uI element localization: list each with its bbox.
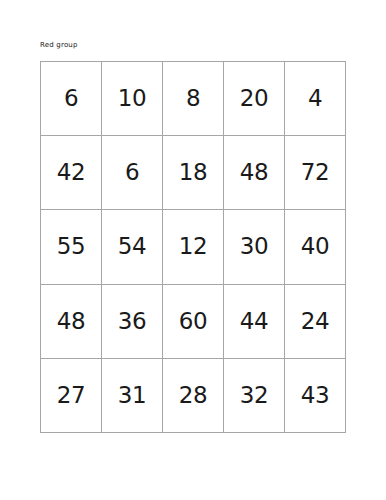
grid-cell-r4c5: 24 — [285, 285, 346, 359]
cell-number: 4 — [308, 87, 322, 110]
grid-cell-r5c1: 27 — [41, 359, 102, 433]
grid-cell-r1c1: 6 — [41, 62, 102, 136]
cell-number: 18 — [179, 161, 207, 184]
cell-number: 44 — [240, 310, 268, 333]
grid-cell-r2c3: 18 — [163, 136, 224, 210]
cell-number: 32 — [240, 384, 268, 407]
grid-cell-r2c1: 42 — [41, 136, 102, 210]
grid-cell-r5c2: 31 — [102, 359, 163, 433]
cell-number: 10 — [118, 87, 146, 110]
grid-cell-r3c1: 55 — [41, 210, 102, 284]
cell-number: 31 — [118, 384, 146, 407]
cell-number: 12 — [179, 235, 207, 258]
grid-cell-r3c4: 30 — [224, 210, 285, 284]
grid-cell-r4c4: 44 — [224, 285, 285, 359]
grid-cell-r4c1: 48 — [41, 285, 102, 359]
worksheet-page: Red group 610820442618487255541230404836… — [0, 0, 386, 500]
cell-number: 48 — [240, 161, 268, 184]
cell-number: 60 — [179, 310, 207, 333]
cell-number: 30 — [240, 235, 268, 258]
cell-number: 48 — [57, 310, 85, 333]
cell-number: 28 — [179, 384, 207, 407]
grid-cell-r1c3: 8 — [163, 62, 224, 136]
grid-cell-r4c3: 60 — [163, 285, 224, 359]
cell-number: 42 — [57, 161, 85, 184]
cell-number: 43 — [301, 384, 329, 407]
grid-cell-r1c4: 20 — [224, 62, 285, 136]
grid-cell-r3c2: 54 — [102, 210, 163, 284]
bingo-grid: 6108204426184872555412304048366044242731… — [40, 61, 346, 433]
grid-cell-r1c2: 10 — [102, 62, 163, 136]
cell-number: 36 — [118, 310, 146, 333]
cell-number: 72 — [301, 161, 329, 184]
cell-number: 55 — [57, 235, 85, 258]
grid-cell-r3c3: 12 — [163, 210, 224, 284]
cell-number: 6 — [64, 87, 78, 110]
cell-number: 54 — [118, 235, 146, 258]
group-title: Red group — [40, 41, 78, 50]
grid-cell-r5c3: 28 — [163, 359, 224, 433]
cell-number: 27 — [57, 384, 85, 407]
cell-number: 6 — [125, 161, 139, 184]
cell-number: 20 — [240, 87, 268, 110]
grid-cell-r1c5: 4 — [285, 62, 346, 136]
grid-cell-r2c2: 6 — [102, 136, 163, 210]
grid-cell-r2c4: 48 — [224, 136, 285, 210]
grid-cell-r4c2: 36 — [102, 285, 163, 359]
cell-number: 8 — [186, 87, 200, 110]
cell-number: 24 — [301, 310, 329, 333]
grid-cell-r3c5: 40 — [285, 210, 346, 284]
grid-cell-r2c5: 72 — [285, 136, 346, 210]
grid-cell-r5c5: 43 — [285, 359, 346, 433]
grid-cell-r5c4: 32 — [224, 359, 285, 433]
cell-number: 40 — [301, 235, 329, 258]
